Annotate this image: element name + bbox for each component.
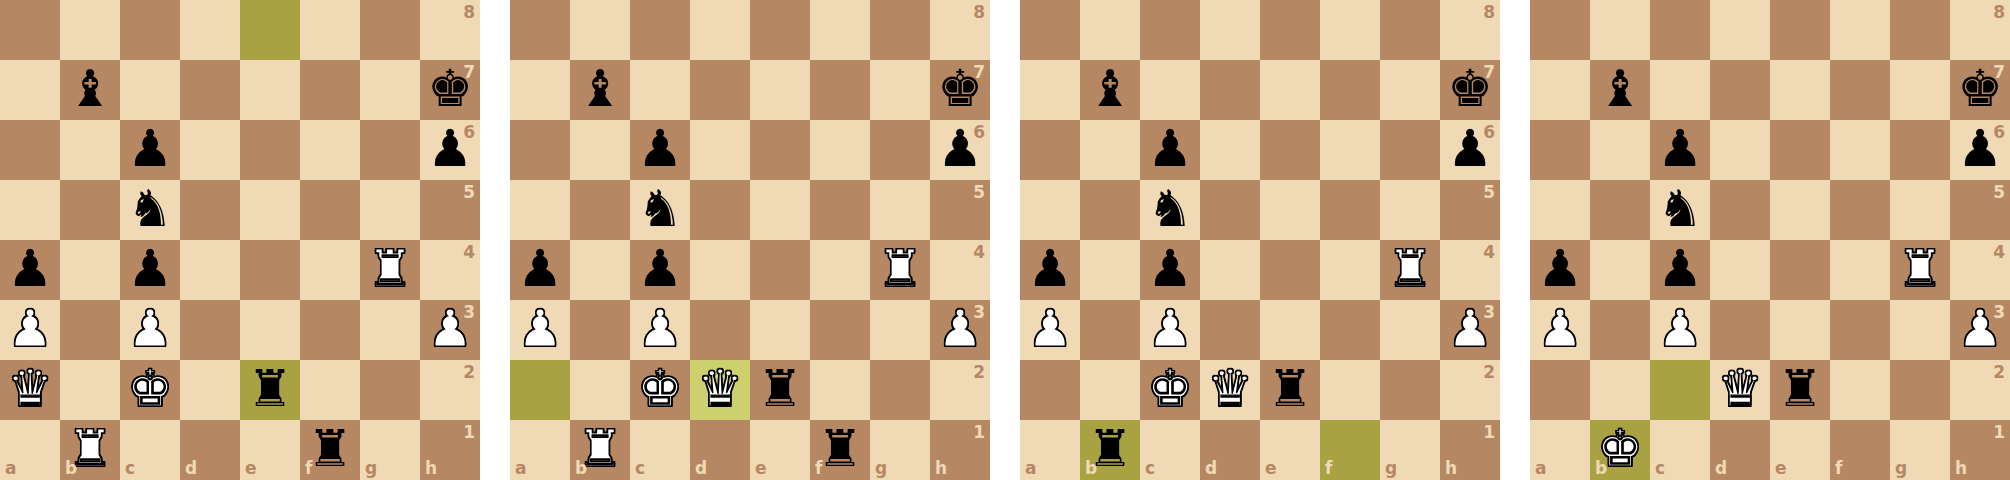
- square-g2: [870, 360, 930, 420]
- square-e4: [750, 240, 810, 300]
- square-d6: [690, 120, 750, 180]
- square-e3: [750, 300, 810, 360]
- square-b2: [1590, 360, 1650, 420]
- square-f1: ♜f: [810, 420, 870, 480]
- black-rook: ♜: [1267, 363, 1313, 414]
- file-label-c: c: [1145, 460, 1155, 477]
- square-g1: g: [1890, 420, 1950, 480]
- square-d1: d: [1710, 420, 1770, 480]
- rank-label-2: 2: [973, 364, 985, 381]
- square-h3: ♟3: [1440, 300, 1500, 360]
- file-label-a: a: [515, 460, 526, 477]
- square-c8: [1140, 0, 1200, 60]
- white-rook: ♜: [877, 243, 923, 294]
- square-f5: [300, 180, 360, 240]
- square-h1: 1h: [1950, 420, 2010, 480]
- rank-label-2: 2: [1993, 364, 2005, 381]
- square-d5: [1200, 180, 1260, 240]
- chess-board-2: 8♝♚7♟♟6♞5♟♟♜4♟♟♟3♚♛♜2a♜bcde♜fg1h: [510, 0, 990, 480]
- square-c7: [1140, 60, 1200, 120]
- square-f6: [810, 120, 870, 180]
- square-h1: 1h: [420, 420, 480, 480]
- file-label-g: g: [365, 460, 377, 477]
- square-e2: ♜: [1260, 360, 1320, 420]
- square-g5: [360, 180, 420, 240]
- square-c8: [120, 0, 180, 60]
- square-g3: [1890, 300, 1950, 360]
- square-h2: 2: [930, 360, 990, 420]
- square-a7: [1530, 60, 1590, 120]
- square-g2: [1890, 360, 1950, 420]
- square-b8: [1080, 0, 1140, 60]
- black-pawn: ♟: [637, 123, 683, 174]
- rank-label-7: 7: [973, 64, 985, 81]
- square-d4: [180, 240, 240, 300]
- black-pawn: ♟: [127, 243, 173, 294]
- rank-label-4: 4: [1483, 244, 1495, 261]
- square-b4: [60, 240, 120, 300]
- square-b8: [570, 0, 630, 60]
- rank-label-7: 7: [463, 64, 475, 81]
- file-label-h: h: [425, 460, 437, 477]
- file-label-a: a: [1025, 460, 1036, 477]
- square-d4: [690, 240, 750, 300]
- rank-label-6: 6: [1993, 124, 2005, 141]
- square-h3: ♟3: [930, 300, 990, 360]
- rank-label-8: 8: [1483, 4, 1495, 21]
- square-e1: e: [1260, 420, 1320, 480]
- file-label-d: d: [1715, 460, 1727, 477]
- file-label-b: b: [1085, 460, 1097, 477]
- square-a7: [510, 60, 570, 120]
- square-b3: [1590, 300, 1650, 360]
- square-b4: [570, 240, 630, 300]
- square-c1: c: [1650, 420, 1710, 480]
- square-b7: ♝: [570, 60, 630, 120]
- square-h6: ♟6: [1440, 120, 1500, 180]
- square-a2: [510, 360, 570, 420]
- square-g8: [870, 0, 930, 60]
- square-a7: [1020, 60, 1080, 120]
- file-label-c: c: [125, 460, 135, 477]
- square-b4: [1080, 240, 1140, 300]
- square-e5: [240, 180, 300, 240]
- white-king: ♚: [1147, 363, 1193, 414]
- white-pawn: ♟: [1537, 303, 1583, 354]
- square-a5: [510, 180, 570, 240]
- square-f7: [1830, 60, 1890, 120]
- square-g7: [360, 60, 420, 120]
- rank-label-5: 5: [1483, 184, 1495, 201]
- square-b4: [1590, 240, 1650, 300]
- square-e2: ♜: [750, 360, 810, 420]
- black-bishop: ♝: [1597, 63, 1643, 114]
- square-g8: [1380, 0, 1440, 60]
- square-d4: [1200, 240, 1260, 300]
- black-knight: ♞: [127, 183, 173, 234]
- white-pawn: ♟: [7, 303, 53, 354]
- square-g3: [360, 300, 420, 360]
- square-h8: 8: [1950, 0, 2010, 60]
- square-e8: [750, 0, 810, 60]
- square-g5: [1380, 180, 1440, 240]
- file-label-a: a: [5, 460, 16, 477]
- square-a1: a: [1530, 420, 1590, 480]
- square-e7: [240, 60, 300, 120]
- rank-label-4: 4: [1993, 244, 2005, 261]
- black-bishop: ♝: [67, 63, 113, 114]
- square-c8: [1650, 0, 1710, 60]
- file-label-f: f: [1325, 460, 1332, 477]
- file-label-a: a: [1535, 460, 1546, 477]
- square-b6: [1080, 120, 1140, 180]
- square-e6: [1770, 120, 1830, 180]
- square-d5: [1710, 180, 1770, 240]
- square-a2: ♛: [0, 360, 60, 420]
- square-f5: [1320, 180, 1380, 240]
- square-d1: d: [690, 420, 750, 480]
- square-c4: ♟: [630, 240, 690, 300]
- square-h6: ♟6: [1950, 120, 2010, 180]
- square-b8: [1590, 0, 1650, 60]
- white-pawn: ♟: [1147, 303, 1193, 354]
- black-knight: ♞: [1147, 183, 1193, 234]
- square-f6: [300, 120, 360, 180]
- file-label-b: b: [1595, 460, 1607, 477]
- square-h3: ♟3: [1950, 300, 2010, 360]
- square-g4: ♜: [1380, 240, 1440, 300]
- square-e8: [1770, 0, 1830, 60]
- square-h4: 4: [420, 240, 480, 300]
- file-label-h: h: [1445, 460, 1457, 477]
- square-c4: ♟: [120, 240, 180, 300]
- square-g4: ♜: [360, 240, 420, 300]
- file-label-d: d: [1205, 460, 1217, 477]
- chess-board-4: 8♝♚7♟♟6♞5♟♟♜4♟♟♟3♛♜2a♚bcdefg1h: [1530, 0, 2010, 480]
- square-b1: ♚b: [1590, 420, 1650, 480]
- rank-label-1: 1: [1483, 424, 1495, 441]
- square-b2: [570, 360, 630, 420]
- square-f5: [810, 180, 870, 240]
- rank-label-5: 5: [973, 184, 985, 201]
- square-e2: ♜: [240, 360, 300, 420]
- square-h7: ♚7: [930, 60, 990, 120]
- square-h7: ♚7: [1440, 60, 1500, 120]
- square-b1: ♜b: [60, 420, 120, 480]
- square-c5: ♞: [120, 180, 180, 240]
- square-e1: e: [750, 420, 810, 480]
- square-e6: [240, 120, 300, 180]
- file-label-e: e: [245, 460, 257, 477]
- black-knight: ♞: [1657, 183, 1703, 234]
- square-c7: [1650, 60, 1710, 120]
- square-h2: 2: [1950, 360, 2010, 420]
- square-b2: [1080, 360, 1140, 420]
- square-h8: 8: [930, 0, 990, 60]
- square-g5: [1890, 180, 1950, 240]
- square-f1: f: [1320, 420, 1380, 480]
- black-pawn: ♟: [1147, 123, 1193, 174]
- square-d7: [690, 60, 750, 120]
- square-c2: ♚: [120, 360, 180, 420]
- rank-label-4: 4: [463, 244, 475, 261]
- square-a8: [1530, 0, 1590, 60]
- square-a1: a: [1020, 420, 1080, 480]
- white-queen: ♛: [1717, 363, 1763, 414]
- square-c2: ♚: [630, 360, 690, 420]
- square-e3: [240, 300, 300, 360]
- rank-label-3: 3: [1483, 304, 1495, 321]
- rank-label-6: 6: [463, 124, 475, 141]
- square-a3: ♟: [510, 300, 570, 360]
- square-g7: [870, 60, 930, 120]
- square-h8: 8: [420, 0, 480, 60]
- square-a1: a: [0, 420, 60, 480]
- square-h6: ♟6: [420, 120, 480, 180]
- square-a4: ♟: [0, 240, 60, 300]
- square-b3: [60, 300, 120, 360]
- square-b5: [60, 180, 120, 240]
- square-a6: [1020, 120, 1080, 180]
- square-c6: ♟: [1650, 120, 1710, 180]
- file-label-g: g: [1385, 460, 1397, 477]
- rank-label-2: 2: [1483, 364, 1495, 381]
- square-f4: [810, 240, 870, 300]
- square-g1: g: [1380, 420, 1440, 480]
- square-d6: [180, 120, 240, 180]
- rank-label-4: 4: [973, 244, 985, 261]
- square-a6: [1530, 120, 1590, 180]
- square-e3: [1770, 300, 1830, 360]
- square-f3: [810, 300, 870, 360]
- square-d8: [1200, 0, 1260, 60]
- black-pawn: ♟: [1657, 243, 1703, 294]
- square-f8: [300, 0, 360, 60]
- square-f4: [1830, 240, 1890, 300]
- square-f7: [1320, 60, 1380, 120]
- square-a3: ♟: [0, 300, 60, 360]
- square-f2: [300, 360, 360, 420]
- square-e7: [1260, 60, 1320, 120]
- square-h5: 5: [420, 180, 480, 240]
- square-d3: [1710, 300, 1770, 360]
- square-c1: c: [1140, 420, 1200, 480]
- square-a8: [0, 0, 60, 60]
- square-c6: ♟: [1140, 120, 1200, 180]
- square-e4: [240, 240, 300, 300]
- square-b3: [570, 300, 630, 360]
- square-d6: [1200, 120, 1260, 180]
- square-f6: [1830, 120, 1890, 180]
- square-a5: [1020, 180, 1080, 240]
- square-h5: 5: [1440, 180, 1500, 240]
- square-c5: ♞: [630, 180, 690, 240]
- square-a4: ♟: [510, 240, 570, 300]
- square-e5: [1260, 180, 1320, 240]
- square-f6: [1320, 120, 1380, 180]
- rank-label-2: 2: [463, 364, 475, 381]
- square-e3: [1260, 300, 1320, 360]
- square-f2: [1320, 360, 1380, 420]
- rank-label-8: 8: [463, 4, 475, 21]
- square-e1: e: [1770, 420, 1830, 480]
- square-g7: [1380, 60, 1440, 120]
- square-g3: [870, 300, 930, 360]
- square-a6: [0, 120, 60, 180]
- file-label-c: c: [635, 460, 645, 477]
- square-g7: [1890, 60, 1950, 120]
- square-b1: ♜b: [570, 420, 630, 480]
- square-d1: d: [180, 420, 240, 480]
- white-pawn: ♟: [1027, 303, 1073, 354]
- square-g6: [1890, 120, 1950, 180]
- black-rook: ♜: [757, 363, 803, 414]
- square-c1: c: [630, 420, 690, 480]
- file-label-g: g: [875, 460, 887, 477]
- square-b2: [60, 360, 120, 420]
- square-d7: [1710, 60, 1770, 120]
- square-b1: ♜b: [1080, 420, 1140, 480]
- white-king: ♚: [637, 363, 683, 414]
- square-f3: [300, 300, 360, 360]
- square-g3: [1380, 300, 1440, 360]
- square-g8: [1890, 0, 1950, 60]
- square-h1: 1h: [930, 420, 990, 480]
- file-label-e: e: [1265, 460, 1277, 477]
- rank-label-6: 6: [1483, 124, 1495, 141]
- square-f8: [810, 0, 870, 60]
- square-d3: [180, 300, 240, 360]
- rank-label-8: 8: [973, 4, 985, 21]
- black-rook: ♜: [817, 423, 863, 474]
- square-c3: ♟: [1140, 300, 1200, 360]
- square-c6: ♟: [120, 120, 180, 180]
- square-g6: [870, 120, 930, 180]
- square-g4: ♜: [1890, 240, 1950, 300]
- rank-label-5: 5: [463, 184, 475, 201]
- square-a5: [1530, 180, 1590, 240]
- square-c3: ♟: [630, 300, 690, 360]
- square-d2: ♛: [690, 360, 750, 420]
- file-label-h: h: [935, 460, 947, 477]
- square-a3: ♟: [1020, 300, 1080, 360]
- square-h1: 1h: [1440, 420, 1500, 480]
- rank-label-1: 1: [1993, 424, 2005, 441]
- file-label-e: e: [1775, 460, 1787, 477]
- rank-label-5: 5: [1993, 184, 2005, 201]
- square-g1: g: [360, 420, 420, 480]
- white-rook: ♜: [367, 243, 413, 294]
- black-bishop: ♝: [1087, 63, 1133, 114]
- square-c5: ♞: [1650, 180, 1710, 240]
- square-f8: [1830, 0, 1890, 60]
- square-d5: [180, 180, 240, 240]
- square-g1: g: [870, 420, 930, 480]
- white-queen: ♛: [7, 363, 53, 414]
- file-label-f: f: [305, 460, 312, 477]
- black-pawn: ♟: [1657, 123, 1703, 174]
- square-d8: [180, 0, 240, 60]
- black-rook: ♜: [247, 363, 293, 414]
- square-g5: [870, 180, 930, 240]
- square-b7: ♝: [1590, 60, 1650, 120]
- square-c8: [630, 0, 690, 60]
- square-h5: 5: [930, 180, 990, 240]
- white-king: ♚: [127, 363, 173, 414]
- square-h7: ♚7: [420, 60, 480, 120]
- chess-board-3: 8♝♚7♟♟6♞5♟♟♜4♟♟♟3♚♛♜2a♜bcdefg1h: [1020, 0, 1500, 480]
- square-c6: ♟: [630, 120, 690, 180]
- square-b6: [1590, 120, 1650, 180]
- square-e6: [750, 120, 810, 180]
- square-b5: [1080, 180, 1140, 240]
- square-b7: ♝: [1080, 60, 1140, 120]
- file-label-b: b: [65, 460, 77, 477]
- square-d8: [1710, 0, 1770, 60]
- square-h5: 5: [1950, 180, 2010, 240]
- square-d2: [180, 360, 240, 420]
- file-label-e: e: [755, 460, 767, 477]
- black-bishop: ♝: [577, 63, 623, 114]
- square-d7: [1200, 60, 1260, 120]
- square-c3: ♟: [1650, 300, 1710, 360]
- white-pawn: ♟: [1657, 303, 1703, 354]
- white-pawn: ♟: [637, 303, 683, 354]
- square-a4: ♟: [1530, 240, 1590, 300]
- square-b3: [1080, 300, 1140, 360]
- square-e5: [1770, 180, 1830, 240]
- black-rook: ♜: [307, 423, 353, 474]
- square-b7: ♝: [60, 60, 120, 120]
- square-d8: [690, 0, 750, 60]
- square-e5: [750, 180, 810, 240]
- chess-board-1: 8♝♚7♟♟6♞5♟♟♜4♟♟♟3♛♚♜2a♜bcde♜fg1h: [0, 0, 480, 480]
- square-f7: [300, 60, 360, 120]
- square-c4: ♟: [1650, 240, 1710, 300]
- square-d4: [1710, 240, 1770, 300]
- black-pawn: ♟: [1537, 243, 1583, 294]
- square-f1: f: [1830, 420, 1890, 480]
- file-label-d: d: [695, 460, 707, 477]
- black-pawn: ♟: [517, 243, 563, 294]
- square-g8: [360, 0, 420, 60]
- rank-label-3: 3: [463, 304, 475, 321]
- square-h4: 4: [1950, 240, 2010, 300]
- square-h2: 2: [1440, 360, 1500, 420]
- square-h3: ♟3: [420, 300, 480, 360]
- square-g2: [360, 360, 420, 420]
- white-rook: ♜: [1897, 243, 1943, 294]
- square-b6: [570, 120, 630, 180]
- file-label-b: b: [575, 460, 587, 477]
- square-e8: [1260, 0, 1320, 60]
- white-queen: ♛: [1207, 363, 1253, 414]
- square-f4: [300, 240, 360, 300]
- square-d3: [1200, 300, 1260, 360]
- square-h7: ♚7: [1950, 60, 2010, 120]
- black-knight: ♞: [637, 183, 683, 234]
- boards-row: 8♝♚7♟♟6♞5♟♟♜4♟♟♟3♛♚♜2a♜bcde♜fg1h 8♝♚7♟♟6…: [0, 0, 2010, 480]
- square-d5: [690, 180, 750, 240]
- square-b6: [60, 120, 120, 180]
- square-h8: 8: [1440, 0, 1500, 60]
- square-f3: [1830, 300, 1890, 360]
- square-g2: [1380, 360, 1440, 420]
- rank-label-6: 6: [973, 124, 985, 141]
- square-c2: ♚: [1140, 360, 1200, 420]
- file-label-d: d: [185, 460, 197, 477]
- rank-label-1: 1: [973, 424, 985, 441]
